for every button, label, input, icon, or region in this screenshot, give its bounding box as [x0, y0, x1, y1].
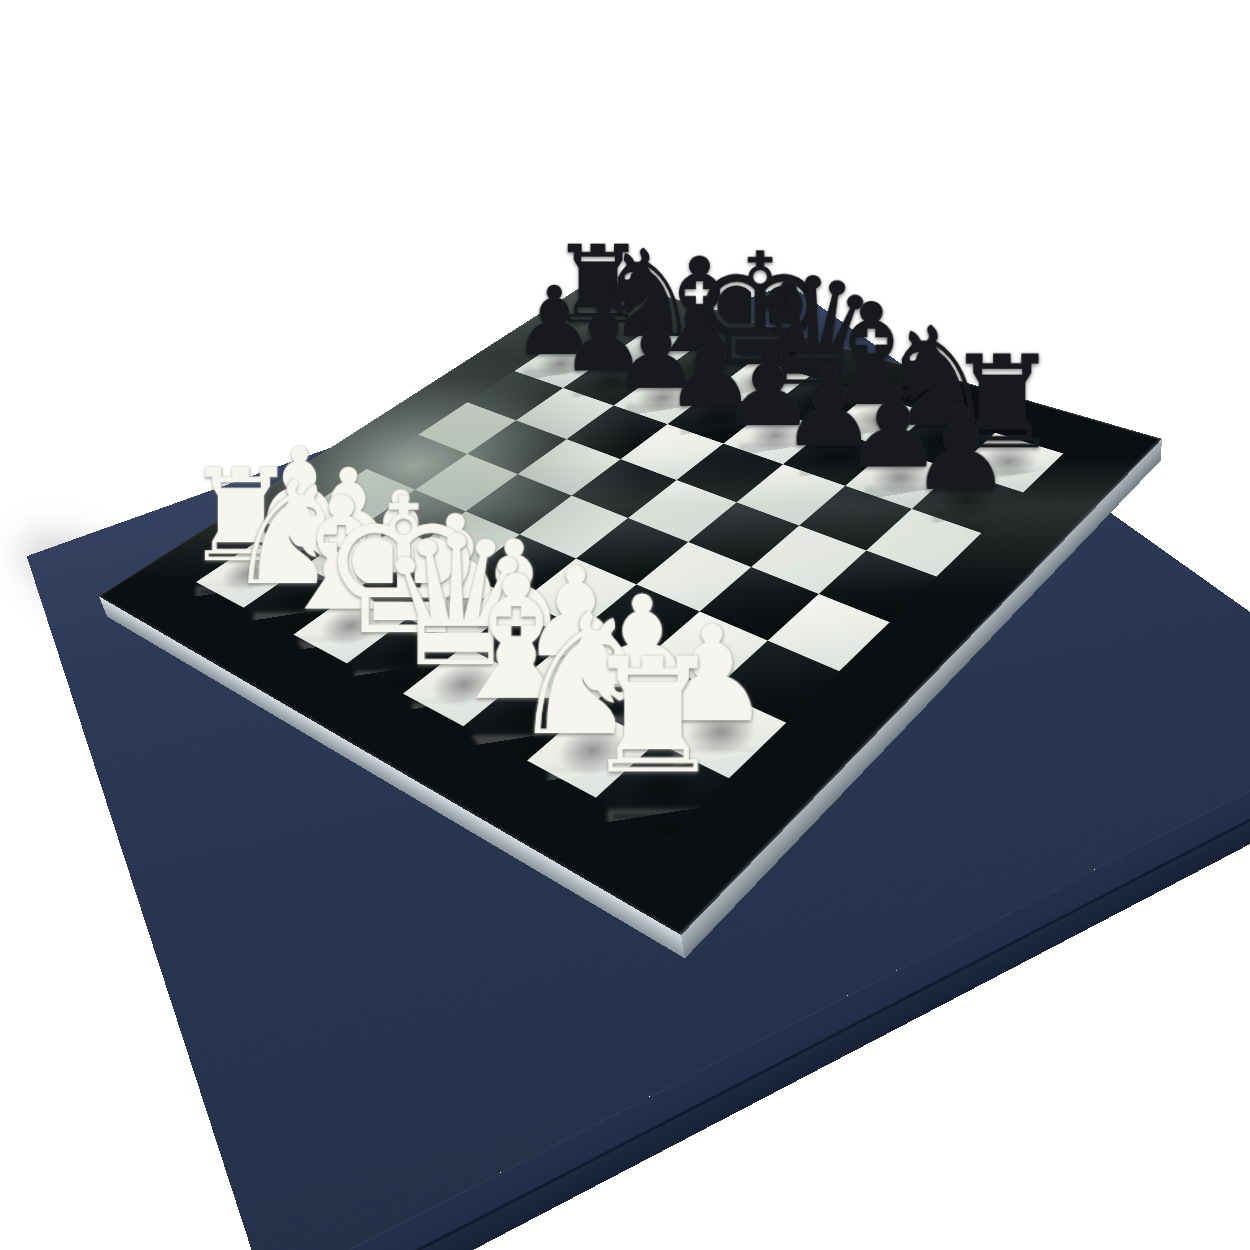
- rook-glyph: ♜: [566, 638, 740, 797]
- piece-white-rook-a1: ♜: [566, 638, 740, 797]
- pawn-glyph: ♟: [888, 393, 1033, 507]
- piece-black-pawn-a7: ♟: [888, 393, 1033, 507]
- chess-set: ♜♞♝♛♚♝♞♜♟♟♟♟♟♟♟♟♟♟♟♟♟♟♟♟♜♞♝♛♚♝♞♜: [99, 277, 1162, 936]
- product-photo: ♜♞♝♛♚♝♞♜♟♟♟♟♟♟♟♟♟♟♟♟♟♟♟♟♜♞♝♛♚♝♞♜: [0, 0, 1250, 1250]
